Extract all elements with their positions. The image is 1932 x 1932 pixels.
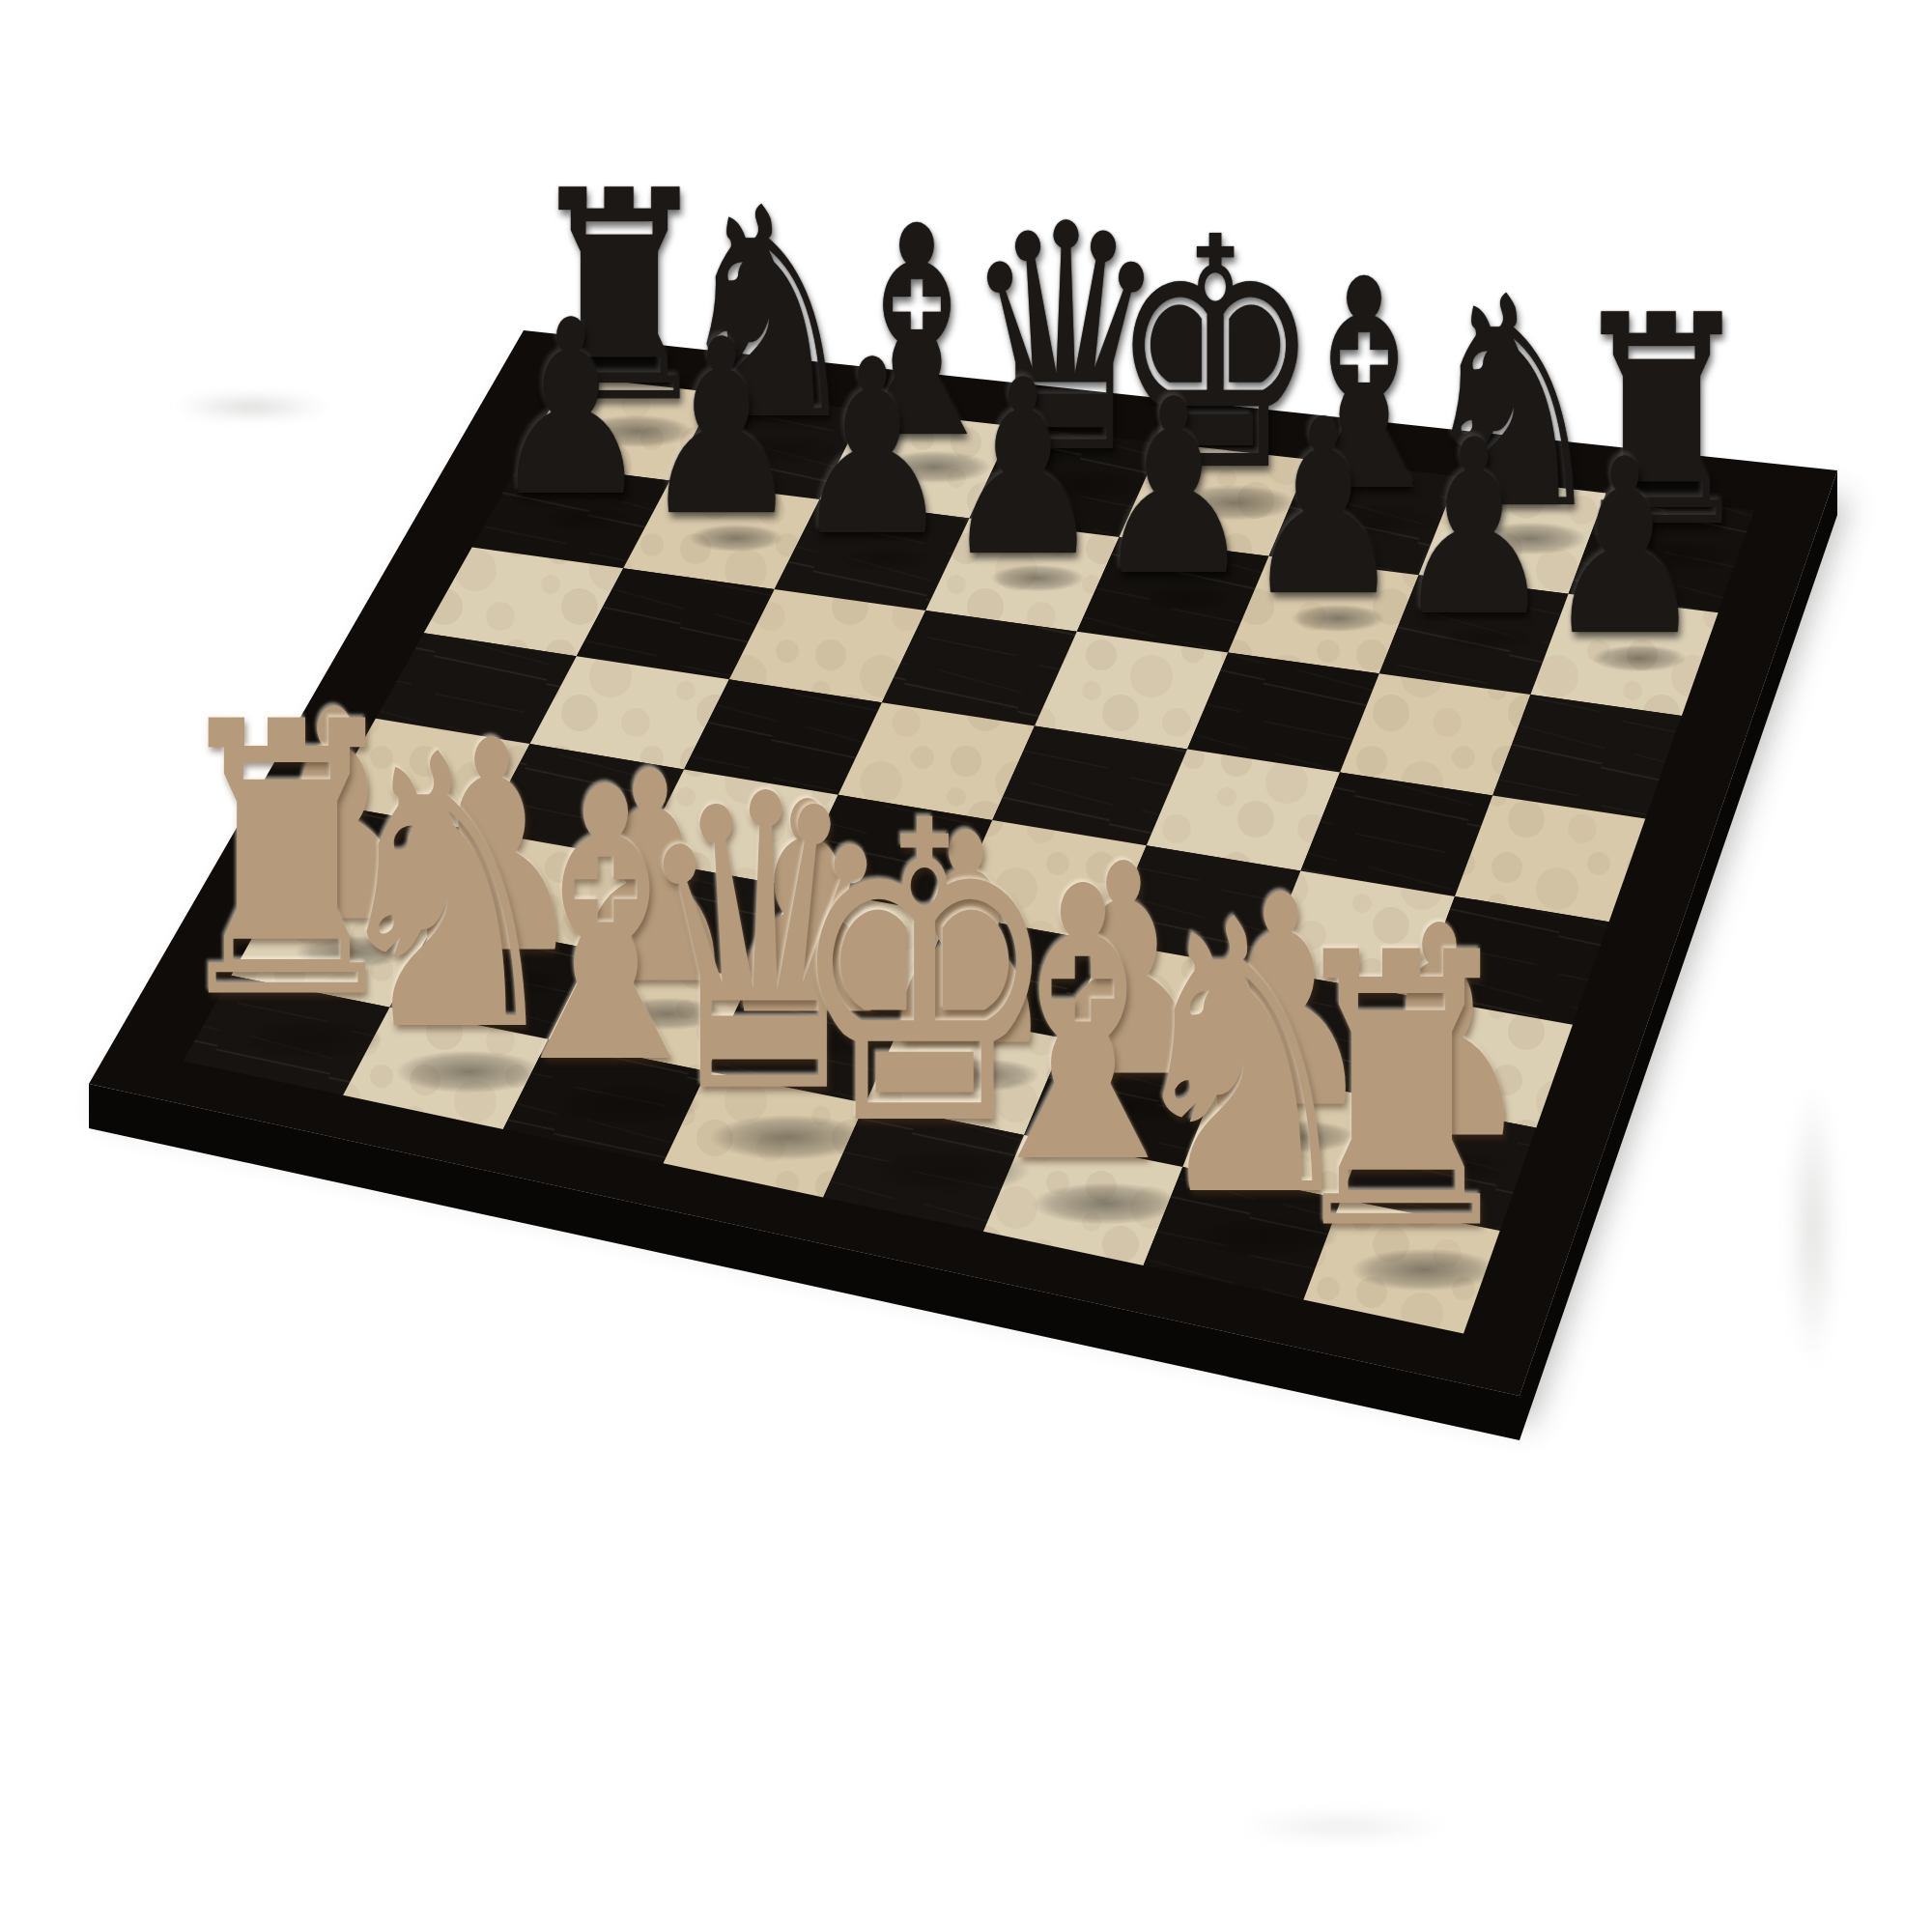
piece-black-pawn-a7[interactable]: ♟ — [491, 288, 651, 529]
piece-black-pawn-d7[interactable]: ♟ — [943, 348, 1103, 589]
scene: ♜♞♝♛♚♝♞♜♟♟♟♟♟♟♟♟♟♟♟♟♟♟♟♟♜♞♝♛♚♝♞♜ — [0, 0, 1932, 1932]
piece-black-pawn-g7[interactable]: ♟ — [1394, 408, 1554, 649]
piece-black-pawn-f7[interactable]: ♟ — [1243, 388, 1404, 630]
piece-black-pawn-b7[interactable]: ♟ — [641, 308, 802, 550]
piece-black-pawn-h7[interactable]: ♟ — [1545, 428, 1705, 669]
piece-black-pawn-c7[interactable]: ♟ — [792, 328, 952, 570]
piece-white-rook-h1[interactable]: ♜ — [1277, 904, 1527, 1281]
piece-black-pawn-e7[interactable]: ♟ — [1094, 368, 1254, 610]
